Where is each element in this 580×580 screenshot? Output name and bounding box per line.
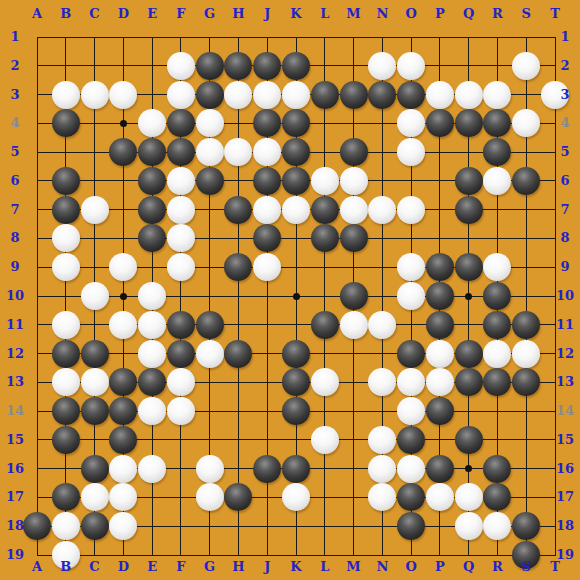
row-label-right: 16: [553, 461, 577, 477]
stone-black[interactable]: [282, 138, 310, 166]
stone-black[interactable]: [138, 138, 166, 166]
stone-white[interactable]: [81, 282, 109, 310]
stone-white[interactable]: [397, 253, 425, 281]
stone-white[interactable]: [483, 167, 511, 195]
stone-white[interactable]: [483, 340, 511, 368]
stone-black[interactable]: [224, 340, 252, 368]
row-label-left: 5: [3, 144, 27, 160]
row-label-left: 18: [3, 518, 27, 534]
stone-black[interactable]: [397, 483, 425, 511]
row-label-left: 12: [3, 346, 27, 362]
stone-white[interactable]: [196, 483, 224, 511]
stone-white[interactable]: [455, 483, 483, 511]
column-label-top: H: [226, 6, 250, 22]
column-label-top: F: [169, 6, 193, 22]
stone-black[interactable]: [224, 196, 252, 224]
stone-black[interactable]: [167, 311, 195, 339]
row-label-left: 8: [3, 230, 27, 246]
stone-white[interactable]: [52, 81, 80, 109]
stone-black[interactable]: [483, 455, 511, 483]
grid-line-horizontal: [37, 37, 556, 38]
stone-black[interactable]: [167, 340, 195, 368]
column-label-bottom: P: [428, 559, 452, 575]
stone-black[interactable]: [455, 426, 483, 454]
stone-black[interactable]: [224, 483, 252, 511]
stone-white[interactable]: [512, 340, 540, 368]
row-label-right: 5: [553, 144, 577, 160]
column-label-bottom: B: [54, 559, 78, 575]
stone-black[interactable]: [253, 167, 281, 195]
stone-white[interactable]: [109, 483, 137, 511]
stone-black[interactable]: [138, 368, 166, 396]
star-point: [120, 120, 127, 127]
stone-black[interactable]: [426, 397, 454, 425]
stone-white[interactable]: [196, 455, 224, 483]
column-label-top: R: [485, 6, 509, 22]
stone-black[interactable]: [340, 138, 368, 166]
row-label-left: 13: [3, 374, 27, 390]
column-label-top: J: [255, 6, 279, 22]
row-label-left: 4: [3, 115, 27, 131]
stone-white[interactable]: [282, 196, 310, 224]
column-label-top: N: [370, 6, 394, 22]
stone-black[interactable]: [81, 455, 109, 483]
column-label-bottom: F: [169, 559, 193, 575]
column-label-bottom: H: [226, 559, 250, 575]
column-label-top: M: [342, 6, 366, 22]
stone-black[interactable]: [340, 224, 368, 252]
stone-black[interactable]: [311, 196, 339, 224]
stone-black[interactable]: [311, 311, 339, 339]
stone-white[interactable]: [52, 253, 80, 281]
stone-white[interactable]: [253, 196, 281, 224]
stone-white[interactable]: [167, 52, 195, 80]
grid-line-horizontal: [37, 555, 556, 556]
stone-white[interactable]: [368, 196, 396, 224]
stone-white[interactable]: [138, 282, 166, 310]
stone-white[interactable]: [483, 253, 511, 281]
column-label-bottom: A: [25, 559, 49, 575]
stone-black[interactable]: [455, 109, 483, 137]
stone-black[interactable]: [52, 109, 80, 137]
column-label-top: B: [54, 6, 78, 22]
column-label-top: G: [198, 6, 222, 22]
row-label-right: 12: [553, 346, 577, 362]
column-label-bottom: L: [313, 559, 337, 575]
stone-white[interactable]: [167, 397, 195, 425]
stone-white[interactable]: [109, 455, 137, 483]
stone-black[interactable]: [224, 253, 252, 281]
column-label-top: T: [543, 6, 567, 22]
column-label-top: S: [514, 6, 538, 22]
column-label-bottom: M: [342, 559, 366, 575]
row-label-left: 7: [3, 202, 27, 218]
stone-black[interactable]: [455, 253, 483, 281]
stone-black[interactable]: [282, 368, 310, 396]
stone-black[interactable]: [397, 81, 425, 109]
stone-black[interactable]: [52, 397, 80, 425]
stone-black[interactable]: [455, 196, 483, 224]
stone-black[interactable]: [167, 138, 195, 166]
row-label-right: 6: [553, 173, 577, 189]
stone-white[interactable]: [340, 196, 368, 224]
star-point: [465, 293, 472, 300]
stone-black[interactable]: [224, 52, 252, 80]
stone-black[interactable]: [23, 512, 51, 540]
column-label-bottom: S: [514, 559, 538, 575]
grid-line-horizontal: [37, 238, 556, 239]
column-label-top: E: [140, 6, 164, 22]
stone-black[interactable]: [397, 426, 425, 454]
row-label-right: 7: [553, 202, 577, 218]
stone-white[interactable]: [81, 368, 109, 396]
stone-black[interactable]: [512, 167, 540, 195]
column-label-top: D: [111, 6, 135, 22]
stone-white[interactable]: [397, 397, 425, 425]
stone-black[interactable]: [282, 109, 310, 137]
stone-white[interactable]: [253, 253, 281, 281]
stone-white[interactable]: [426, 483, 454, 511]
stone-black[interactable]: [52, 483, 80, 511]
row-label-right: 15: [553, 432, 577, 448]
stone-white[interactable]: [52, 224, 80, 252]
column-label-top: Q: [457, 6, 481, 22]
stone-white[interactable]: [253, 138, 281, 166]
row-label-left: 15: [3, 432, 27, 448]
stone-black[interactable]: [52, 167, 80, 195]
column-label-bottom: O: [399, 559, 423, 575]
stone-white[interactable]: [81, 196, 109, 224]
row-label-left: 14: [3, 403, 27, 419]
stone-black[interactable]: [311, 81, 339, 109]
stone-black[interactable]: [167, 109, 195, 137]
grid-line-vertical: [238, 37, 239, 556]
stone-black[interactable]: [426, 455, 454, 483]
stone-black[interactable]: [253, 224, 281, 252]
row-label-left: 16: [3, 461, 27, 477]
column-label-top: C: [83, 6, 107, 22]
stone-white[interactable]: [167, 81, 195, 109]
stone-black[interactable]: [483, 138, 511, 166]
stone-white[interactable]: [282, 483, 310, 511]
stone-white[interactable]: [368, 52, 396, 80]
row-label-right: 13: [553, 374, 577, 390]
row-label-left: 6: [3, 173, 27, 189]
column-label-top: P: [428, 6, 452, 22]
stone-white[interactable]: [196, 109, 224, 137]
stone-black[interactable]: [109, 397, 137, 425]
stone-black[interactable]: [282, 397, 310, 425]
stone-black[interactable]: [311, 224, 339, 252]
row-label-left: 17: [3, 489, 27, 505]
stone-black[interactable]: [138, 167, 166, 195]
stone-black[interactable]: [282, 340, 310, 368]
stone-white[interactable]: [483, 81, 511, 109]
stone-black[interactable]: [282, 52, 310, 80]
star-point: [465, 465, 472, 472]
column-label-top: A: [25, 6, 49, 22]
column-label-bottom: G: [198, 559, 222, 575]
stone-white[interactable]: [196, 340, 224, 368]
stone-black[interactable]: [483, 109, 511, 137]
row-label-right: 1: [553, 29, 577, 45]
stone-white[interactable]: [81, 483, 109, 511]
stone-white[interactable]: [52, 368, 80, 396]
column-label-top: O: [399, 6, 423, 22]
stone-white[interactable]: [109, 253, 137, 281]
row-label-left: 19: [3, 547, 27, 563]
stone-white[interactable]: [52, 512, 80, 540]
row-label-left: 3: [3, 87, 27, 103]
stone-black[interactable]: [282, 167, 310, 195]
stone-white[interactable]: [138, 311, 166, 339]
stone-black[interactable]: [426, 311, 454, 339]
stone-black[interactable]: [397, 512, 425, 540]
row-label-right: 11: [553, 317, 577, 333]
column-label-top: K: [284, 6, 308, 22]
stone-white[interactable]: [167, 224, 195, 252]
stone-white[interactable]: [311, 368, 339, 396]
stone-white[interactable]: [426, 340, 454, 368]
stone-white[interactable]: [397, 52, 425, 80]
stone-black[interactable]: [81, 512, 109, 540]
stone-black[interactable]: [52, 426, 80, 454]
stone-white[interactable]: [397, 138, 425, 166]
stone-white[interactable]: [282, 81, 310, 109]
row-label-right: 3: [553, 87, 577, 103]
row-label-right: 9: [553, 259, 577, 275]
stone-black[interactable]: [109, 426, 137, 454]
column-label-bottom: C: [83, 559, 107, 575]
column-label-bottom: D: [111, 559, 135, 575]
stone-black[interactable]: [52, 340, 80, 368]
stone-black[interactable]: [512, 368, 540, 396]
go-board[interactable]: AABBCCDDEEFFGGHHJJKKLLMMNNOOPPQQRRSSTT11…: [0, 0, 580, 580]
stone-white[interactable]: [109, 311, 137, 339]
stone-black[interactable]: [483, 311, 511, 339]
stone-black[interactable]: [253, 455, 281, 483]
row-label-left: 10: [3, 288, 27, 304]
stone-white[interactable]: [81, 81, 109, 109]
stone-white[interactable]: [455, 81, 483, 109]
stone-white[interactable]: [426, 81, 454, 109]
row-label-right: 19: [553, 547, 577, 563]
row-label-right: 10: [553, 288, 577, 304]
stone-white[interactable]: [253, 81, 281, 109]
stone-white[interactable]: [109, 512, 137, 540]
stone-white[interactable]: [368, 455, 396, 483]
stone-white[interactable]: [138, 455, 166, 483]
column-label-bottom: J: [255, 559, 279, 575]
row-label-right: 18: [553, 518, 577, 534]
column-label-bottom: E: [140, 559, 164, 575]
stone-white[interactable]: [368, 483, 396, 511]
star-point: [293, 293, 300, 300]
stone-black[interactable]: [196, 81, 224, 109]
stone-white[interactable]: [483, 512, 511, 540]
row-label-right: 2: [553, 58, 577, 74]
stone-black[interactable]: [483, 282, 511, 310]
stone-white[interactable]: [167, 368, 195, 396]
stone-black[interactable]: [340, 81, 368, 109]
stone-white[interactable]: [512, 109, 540, 137]
stone-white[interactable]: [311, 426, 339, 454]
stone-white[interactable]: [397, 368, 425, 396]
row-label-right: 4: [553, 115, 577, 131]
stone-black[interactable]: [455, 368, 483, 396]
row-label-right: 17: [553, 489, 577, 505]
stone-black[interactable]: [282, 455, 310, 483]
stone-black[interactable]: [196, 167, 224, 195]
row-label-left: 1: [3, 29, 27, 45]
stone-white[interactable]: [224, 138, 252, 166]
stone-black[interactable]: [196, 311, 224, 339]
stone-white[interactable]: [311, 167, 339, 195]
stone-black[interactable]: [340, 282, 368, 310]
stone-black[interactable]: [397, 340, 425, 368]
stone-black[interactable]: [368, 81, 396, 109]
stone-black[interactable]: [512, 512, 540, 540]
stone-white[interactable]: [397, 282, 425, 310]
grid-line-vertical: [324, 37, 325, 556]
stone-white[interactable]: [167, 167, 195, 195]
stone-black[interactable]: [138, 196, 166, 224]
stone-black[interactable]: [426, 282, 454, 310]
stone-white[interactable]: [455, 512, 483, 540]
stone-white[interactable]: [138, 340, 166, 368]
stone-black[interactable]: [81, 340, 109, 368]
stone-black[interactable]: [426, 109, 454, 137]
stone-white[interactable]: [138, 397, 166, 425]
stone-white[interactable]: [397, 196, 425, 224]
column-label-bottom: K: [284, 559, 308, 575]
row-label-left: 9: [3, 259, 27, 275]
stone-black[interactable]: [109, 368, 137, 396]
stone-white[interactable]: [397, 455, 425, 483]
stone-white[interactable]: [138, 109, 166, 137]
column-label-bottom: R: [485, 559, 509, 575]
row-label-right: 14: [553, 403, 577, 419]
stone-white[interactable]: [196, 138, 224, 166]
stone-white[interactable]: [397, 109, 425, 137]
stone-white[interactable]: [167, 253, 195, 281]
stone-black[interactable]: [109, 138, 137, 166]
grid-line-vertical: [37, 37, 38, 556]
row-label-left: 11: [3, 317, 27, 333]
stone-black[interactable]: [426, 253, 454, 281]
stone-white[interactable]: [52, 311, 80, 339]
stone-black[interactable]: [512, 311, 540, 339]
stone-white[interactable]: [167, 196, 195, 224]
stone-black[interactable]: [138, 224, 166, 252]
stone-black[interactable]: [455, 167, 483, 195]
stone-black[interactable]: [253, 52, 281, 80]
stone-white[interactable]: [368, 368, 396, 396]
stone-black[interactable]: [253, 109, 281, 137]
stone-black[interactable]: [52, 196, 80, 224]
column-label-bottom: N: [370, 559, 394, 575]
stone-black[interactable]: [196, 52, 224, 80]
stone-black[interactable]: [455, 340, 483, 368]
stone-white[interactable]: [426, 368, 454, 396]
stone-white[interactable]: [368, 311, 396, 339]
stone-black[interactable]: [81, 397, 109, 425]
row-label-right: 8: [553, 230, 577, 246]
column-label-top: L: [313, 6, 337, 22]
stone-white[interactable]: [340, 167, 368, 195]
stone-white[interactable]: [368, 426, 396, 454]
stone-white[interactable]: [340, 311, 368, 339]
star-point: [120, 293, 127, 300]
stone-black[interactable]: [483, 368, 511, 396]
column-label-bottom: Q: [457, 559, 481, 575]
stone-black[interactable]: [483, 483, 511, 511]
stone-white[interactable]: [224, 81, 252, 109]
row-label-left: 2: [3, 58, 27, 74]
stone-white[interactable]: [512, 52, 540, 80]
stone-white[interactable]: [109, 81, 137, 109]
